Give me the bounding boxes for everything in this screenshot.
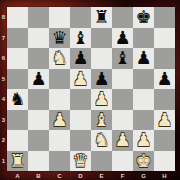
square-c2[interactable] xyxy=(49,130,70,151)
black-pawn-piece[interactable]: ♟ xyxy=(112,28,133,49)
square-a8[interactable] xyxy=(7,7,28,28)
white-rook-piece[interactable]: ♜ xyxy=(7,151,28,172)
square-e4[interactable]: ♟ xyxy=(91,89,112,110)
white-knight-piece[interactable]: ♞ xyxy=(91,130,112,151)
square-a7[interactable] xyxy=(7,28,28,49)
square-d8[interactable] xyxy=(70,7,91,28)
square-a3[interactable] xyxy=(7,110,28,131)
square-h2[interactable] xyxy=(154,130,175,151)
square-e1[interactable] xyxy=(91,151,112,172)
rank-label-7: 7 xyxy=(0,28,7,49)
square-d4[interactable] xyxy=(70,89,91,110)
square-b6[interactable] xyxy=(28,48,49,69)
square-c6[interactable]: ♞ xyxy=(49,48,70,69)
square-f2[interactable]: ♟ xyxy=(112,130,133,151)
square-h7[interactable] xyxy=(154,28,175,49)
square-f6[interactable]: ♝ xyxy=(112,48,133,69)
black-bishop-piece[interactable]: ♝ xyxy=(70,28,91,49)
square-b5[interactable]: ♟ xyxy=(28,69,49,90)
square-e5[interactable]: ♟ xyxy=(91,69,112,90)
file-label-b: B xyxy=(28,171,49,180)
file-label-g: G xyxy=(133,171,154,180)
square-f7[interactable]: ♟ xyxy=(112,28,133,49)
square-b8[interactable] xyxy=(28,7,49,28)
square-f4[interactable] xyxy=(112,89,133,110)
rank-labels: 87654321 xyxy=(0,7,7,171)
white-pawn-piece[interactable]: ♟ xyxy=(133,130,154,151)
white-pawn-piece[interactable]: ♟ xyxy=(112,130,133,151)
square-e7[interactable] xyxy=(91,28,112,49)
white-bishop-piece[interactable]: ♝ xyxy=(91,110,112,131)
file-label-h: H xyxy=(154,171,175,180)
square-f1[interactable] xyxy=(112,151,133,172)
square-c7[interactable]: ♛ xyxy=(49,28,70,49)
black-king-piece[interactable]: ♚ xyxy=(133,7,154,28)
square-g8[interactable]: ♚ xyxy=(133,7,154,28)
square-b2[interactable] xyxy=(28,130,49,151)
square-h6[interactable] xyxy=(154,48,175,69)
white-pawn-piece[interactable]: ♟ xyxy=(70,69,91,90)
square-g2[interactable]: ♟ xyxy=(133,130,154,151)
square-a1[interactable]: ♜ xyxy=(7,151,28,172)
white-pawn-piece[interactable]: ♟ xyxy=(91,89,112,110)
square-d6[interactable]: ♟ xyxy=(70,48,91,69)
square-h4[interactable] xyxy=(154,89,175,110)
chess-board-frame: 87654321 ♜♚♛♝♟♞♟♝♟♟♟♟♟♞♟♟♝♟♞♟♟♜♛♚ ABCDEF… xyxy=(0,0,180,180)
square-c1[interactable] xyxy=(49,151,70,172)
black-queen-piece[interactable]: ♛ xyxy=(49,28,70,49)
square-h8[interactable] xyxy=(154,7,175,28)
rank-label-1: 1 xyxy=(0,151,7,172)
black-pawn-piece[interactable]: ♟ xyxy=(91,69,112,90)
white-pawn-piece[interactable]: ♟ xyxy=(49,110,70,131)
white-pawn-piece[interactable]: ♟ xyxy=(154,110,175,131)
black-pawn-piece[interactable]: ♟ xyxy=(28,69,49,90)
square-c5[interactable] xyxy=(49,69,70,90)
file-label-d: D xyxy=(70,171,91,180)
square-g3[interactable] xyxy=(133,110,154,131)
black-pawn-piece[interactable]: ♟ xyxy=(154,69,175,90)
rank-label-3: 3 xyxy=(0,110,7,131)
square-h3[interactable]: ♟ xyxy=(154,110,175,131)
square-g4[interactable] xyxy=(133,89,154,110)
square-h5[interactable]: ♟ xyxy=(154,69,175,90)
rank-label-6: 6 xyxy=(0,48,7,69)
square-e3[interactable]: ♝ xyxy=(91,110,112,131)
square-g6[interactable]: ♟ xyxy=(133,48,154,69)
square-g1[interactable]: ♚ xyxy=(133,151,154,172)
square-e2[interactable]: ♞ xyxy=(91,130,112,151)
square-d5[interactable]: ♟ xyxy=(70,69,91,90)
square-g7[interactable] xyxy=(133,28,154,49)
square-d1[interactable]: ♛ xyxy=(70,151,91,172)
file-label-f: F xyxy=(112,171,133,180)
square-h1[interactable] xyxy=(154,151,175,172)
square-d2[interactable] xyxy=(70,130,91,151)
square-a6[interactable] xyxy=(7,48,28,69)
square-b4[interactable] xyxy=(28,89,49,110)
square-b1[interactable] xyxy=(28,151,49,172)
square-f8[interactable] xyxy=(112,7,133,28)
rank-label-4: 4 xyxy=(0,89,7,110)
white-queen-piece[interactable]: ♛ xyxy=(70,151,91,172)
chessboard[interactable]: ♜♚♛♝♟♞♟♝♟♟♟♟♟♞♟♟♝♟♞♟♟♜♛♚ xyxy=(7,7,175,171)
file-labels: ABCDEFGH xyxy=(7,171,175,180)
square-b7[interactable] xyxy=(28,28,49,49)
square-d7[interactable]: ♝ xyxy=(70,28,91,49)
square-a4[interactable]: ♞ xyxy=(7,89,28,110)
square-g5[interactable] xyxy=(133,69,154,90)
black-knight-piece[interactable]: ♞ xyxy=(7,89,28,110)
square-e6[interactable] xyxy=(91,48,112,69)
square-b3[interactable] xyxy=(28,110,49,131)
file-label-e: E xyxy=(91,171,112,180)
black-rook-piece[interactable]: ♜ xyxy=(91,7,112,28)
square-c8[interactable] xyxy=(49,7,70,28)
square-c4[interactable] xyxy=(49,89,70,110)
rank-label-8: 8 xyxy=(0,7,7,28)
square-a5[interactable] xyxy=(7,69,28,90)
square-c3[interactable]: ♟ xyxy=(49,110,70,131)
rank-label-5: 5 xyxy=(0,69,7,90)
rank-label-2: 2 xyxy=(0,130,7,151)
square-f3[interactable] xyxy=(112,110,133,131)
square-f5[interactable] xyxy=(112,69,133,90)
white-knight-piece[interactable]: ♞ xyxy=(49,48,70,69)
square-a2[interactable] xyxy=(7,130,28,151)
file-label-c: C xyxy=(49,171,70,180)
white-king-piece[interactable]: ♚ xyxy=(133,151,154,172)
square-d3[interactable] xyxy=(70,110,91,131)
black-pawn-piece[interactable]: ♟ xyxy=(70,48,91,69)
square-e8[interactable]: ♜ xyxy=(91,7,112,28)
black-pawn-piece[interactable]: ♟ xyxy=(133,48,154,69)
black-bishop-piece[interactable]: ♝ xyxy=(112,48,133,69)
file-label-a: A xyxy=(7,171,28,180)
